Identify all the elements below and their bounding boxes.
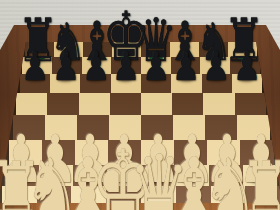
piece-black-pawn-e7[interactable]: ♟ [142, 46, 170, 86]
square-f5[interactable] [172, 93, 203, 115]
square-b5[interactable] [47, 93, 78, 115]
square-h5[interactable] [235, 93, 266, 115]
piece-black-pawn-d7[interactable]: ♟ [112, 46, 140, 86]
piece-black-pawn-g7[interactable]: ♟ [202, 46, 230, 86]
square-g5[interactable] [203, 93, 234, 115]
piece-black-pawn-b7[interactable]: ♟ [52, 46, 80, 86]
piece-black-pawn-a7[interactable]: ♟ [21, 46, 49, 86]
piece-black-pawn-c7[interactable]: ♟ [82, 46, 110, 86]
square-d5[interactable] [110, 93, 141, 115]
board-rank-5 [16, 93, 265, 115]
piece-black-pawn-h7[interactable]: ♟ [233, 46, 261, 86]
square-e5[interactable] [141, 93, 172, 115]
photo-scene: ♜♞♝♚♛♝♞♜♟♟♟♟♟♟♟♟♟♟♟♟♟♟♟♟♜♞♝♚♛♝♞♜ [0, 0, 280, 210]
piece-black-pawn-f7[interactable]: ♟ [172, 46, 200, 86]
square-a5[interactable] [16, 93, 47, 115]
square-c5[interactable] [79, 93, 110, 115]
piece-white-rook-h1[interactable]: ♜ [239, 152, 280, 210]
